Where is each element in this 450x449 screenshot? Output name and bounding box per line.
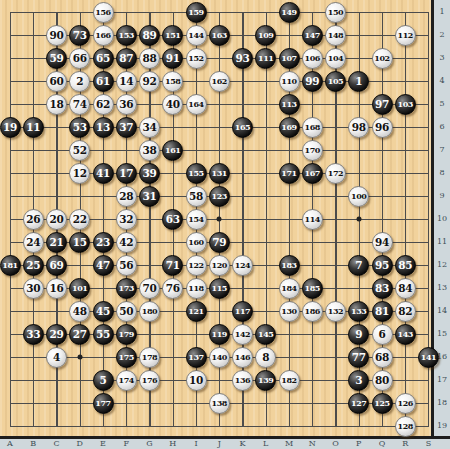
move-number: 179 — [119, 330, 135, 338]
move-number: 113 — [281, 100, 297, 108]
stone-E3-move-65[interactable]: 65 — [93, 48, 114, 69]
column-label-B: B — [30, 440, 36, 448]
stone-F6-move-37[interactable]: 37 — [116, 117, 137, 138]
move-number: 62 — [96, 99, 110, 110]
move-number: 95 — [375, 260, 389, 271]
stone-C16-move-4[interactable]: 4 — [46, 347, 67, 368]
stone-D3-move-66[interactable]: 66 — [69, 48, 90, 69]
move-number: 6 — [378, 329, 385, 340]
stone-L3-move-111[interactable]: 111 — [255, 48, 276, 69]
stone-Q6-move-96[interactable]: 96 — [372, 117, 393, 138]
stone-F10-move-32[interactable]: 32 — [116, 209, 137, 230]
stone-I13-move-118[interactable]: 118 — [186, 278, 207, 299]
stone-C5-move-18[interactable]: 18 — [46, 94, 67, 115]
stone-F12-move-56[interactable]: 56 — [116, 255, 137, 276]
move-number: 126 — [398, 399, 414, 407]
stone-F2-move-153[interactable]: 153 — [116, 25, 137, 46]
stone-J8-move-131[interactable]: 131 — [209, 163, 230, 184]
move-number: 128 — [398, 422, 414, 430]
move-number: 149 — [281, 8, 297, 16]
stone-I17-move-10[interactable]: 10 — [186, 370, 207, 391]
move-number: 81 — [375, 306, 389, 317]
stone-J13-move-115[interactable]: 115 — [209, 278, 230, 299]
move-number: 59 — [49, 53, 63, 64]
move-number: 53 — [73, 122, 87, 133]
stone-E1-move-156[interactable]: 156 — [93, 2, 114, 23]
move-number: 167 — [305, 169, 321, 177]
move-number: 115 — [212, 284, 228, 292]
stone-N13-move-185[interactable]: 185 — [302, 278, 323, 299]
move-number: 124 — [235, 261, 251, 269]
column-label-M: M — [285, 440, 293, 448]
move-number: 40 — [166, 99, 180, 110]
stone-C2-move-90[interactable]: 90 — [46, 25, 67, 46]
move-number: 186 — [305, 307, 321, 315]
stone-H10-move-63[interactable]: 63 — [162, 209, 183, 230]
stone-E5-move-62[interactable]: 62 — [93, 94, 114, 115]
stone-D15-move-27[interactable]: 27 — [69, 324, 90, 345]
stone-D2-move-73[interactable]: 73 — [69, 25, 90, 46]
stone-G13-move-70[interactable]: 70 — [139, 278, 160, 299]
stone-H13-move-76[interactable]: 76 — [162, 278, 183, 299]
stone-I10-move-154[interactable]: 154 — [186, 209, 207, 230]
stone-G14-move-180[interactable]: 180 — [139, 301, 160, 322]
stone-P12-move-7[interactable]: 7 — [348, 255, 369, 276]
stone-Q15-move-6[interactable]: 6 — [372, 324, 393, 345]
move-number: 24 — [26, 237, 40, 248]
stone-I3-move-152[interactable]: 152 — [186, 48, 207, 69]
column-label-R: R — [402, 440, 408, 448]
stone-D13-move-101[interactable]: 101 — [69, 278, 90, 299]
stone-D4-move-2[interactable]: 2 — [69, 71, 90, 92]
stone-J9-move-123[interactable]: 123 — [209, 186, 230, 207]
column-label-E: E — [100, 440, 106, 448]
move-number: 71 — [166, 260, 180, 271]
stone-F5-move-36[interactable]: 36 — [116, 94, 137, 115]
move-number: 101 — [72, 284, 88, 292]
move-number: 29 — [49, 329, 63, 340]
stone-I5-move-164[interactable]: 164 — [186, 94, 207, 115]
move-number: 55 — [96, 329, 110, 340]
stone-P14-move-133[interactable]: 133 — [348, 301, 369, 322]
stone-R2-move-112[interactable]: 112 — [395, 25, 416, 46]
stone-H5-move-40[interactable]: 40 — [162, 94, 183, 115]
stone-E2-move-166[interactable]: 166 — [93, 25, 114, 46]
move-number: 151 — [165, 31, 181, 39]
stone-D6-move-53[interactable]: 53 — [69, 117, 90, 138]
stone-E17-move-5[interactable]: 5 — [93, 370, 114, 391]
stone-R19-move-128[interactable]: 128 — [395, 416, 416, 437]
stone-R15-move-143[interactable]: 143 — [395, 324, 416, 345]
stone-O14-move-132[interactable]: 132 — [325, 301, 346, 322]
move-number: 175 — [119, 353, 135, 361]
stone-O2-move-148[interactable]: 148 — [325, 25, 346, 46]
stone-F15-move-179[interactable]: 179 — [116, 324, 137, 345]
move-number: 5 — [99, 375, 106, 386]
stone-M8-move-171[interactable]: 171 — [279, 163, 300, 184]
move-number: 100 — [351, 192, 367, 200]
stone-C15-move-29[interactable]: 29 — [46, 324, 67, 345]
stone-M1-move-149[interactable]: 149 — [279, 2, 300, 23]
stone-O4-move-105[interactable]: 105 — [325, 71, 346, 92]
move-number: 94 — [375, 237, 389, 248]
move-number: 147 — [305, 31, 321, 39]
stone-F13-move-173[interactable]: 173 — [116, 278, 137, 299]
row-label-8: 8 — [439, 169, 444, 177]
move-number: 60 — [49, 76, 63, 87]
move-number: 39 — [142, 168, 156, 179]
stone-N3-move-106[interactable]: 106 — [302, 48, 323, 69]
move-number: 56 — [119, 260, 133, 271]
move-number: 96 — [375, 122, 389, 133]
stone-N2-move-147[interactable]: 147 — [302, 25, 323, 46]
stone-H4-move-158[interactable]: 158 — [162, 71, 183, 92]
stone-B10-move-26[interactable]: 26 — [23, 209, 44, 230]
move-number: 26 — [26, 214, 40, 225]
move-number: 68 — [375, 352, 389, 363]
stone-K17-move-136[interactable]: 136 — [232, 370, 253, 391]
stone-F14-move-50[interactable]: 50 — [116, 301, 137, 322]
move-number: 80 — [375, 375, 389, 386]
stone-O1-move-150[interactable]: 150 — [325, 2, 346, 23]
stone-E4-move-61[interactable]: 61 — [93, 71, 114, 92]
stone-R5-move-103[interactable]: 103 — [395, 94, 416, 115]
move-number: 61 — [96, 76, 110, 87]
move-number: 155 — [188, 169, 204, 177]
stone-I1-move-159[interactable]: 159 — [186, 2, 207, 23]
stone-G6-move-34[interactable]: 34 — [139, 117, 160, 138]
stone-I12-move-122[interactable]: 122 — [186, 255, 207, 276]
stone-Q17-move-80[interactable]: 80 — [372, 370, 393, 391]
stone-F17-move-174[interactable]: 174 — [116, 370, 137, 391]
move-number: 119 — [212, 330, 228, 338]
column-label-C: C — [53, 440, 59, 448]
stone-A12-move-181[interactable]: 181 — [0, 255, 21, 276]
move-number: 110 — [281, 77, 297, 85]
column-label-K: K — [240, 440, 246, 448]
stone-M17-move-182[interactable]: 182 — [279, 370, 300, 391]
stone-I16-move-137[interactable]: 137 — [186, 347, 207, 368]
move-number: 47 — [96, 260, 110, 271]
move-number: 15 — [73, 237, 87, 248]
stone-E8-move-41[interactable]: 41 — [93, 163, 114, 184]
stone-O3-move-104[interactable]: 104 — [325, 48, 346, 69]
move-number: 118 — [188, 284, 204, 292]
move-number: 123 — [212, 192, 228, 200]
stone-J12-move-120[interactable]: 120 — [209, 255, 230, 276]
stone-P4-move-1[interactable]: 1 — [348, 71, 369, 92]
move-number: 125 — [374, 399, 390, 407]
move-number: 137 — [188, 353, 204, 361]
stone-R13-move-84[interactable]: 84 — [395, 278, 416, 299]
stone-K6-move-165[interactable]: 165 — [232, 117, 253, 138]
stone-N7-move-170[interactable]: 170 — [302, 140, 323, 161]
move-number: 177 — [95, 399, 111, 407]
move-number: 109 — [258, 31, 274, 39]
move-number: 146 — [235, 353, 251, 361]
stone-N4-move-99[interactable]: 99 — [302, 71, 323, 92]
move-number: 121 — [188, 307, 204, 315]
move-number: 73 — [73, 30, 87, 41]
stone-D14-move-48[interactable]: 48 — [69, 301, 90, 322]
move-number: 176 — [142, 376, 158, 384]
stones-layer[interactable]: 1234567891011121314151617181920212223242… — [0, 1, 440, 438]
move-number: 38 — [142, 145, 156, 156]
stone-C12-move-69[interactable]: 69 — [46, 255, 67, 276]
move-number: 84 — [398, 283, 412, 294]
stone-M3-move-107[interactable]: 107 — [279, 48, 300, 69]
stone-C13-move-16[interactable]: 16 — [46, 278, 67, 299]
stone-K3-move-93[interactable]: 93 — [232, 48, 253, 69]
stone-Q13-move-83[interactable]: 83 — [372, 278, 393, 299]
stone-N14-move-186[interactable]: 186 — [302, 301, 323, 322]
stone-E18-move-177[interactable]: 177 — [93, 393, 114, 414]
stone-P15-move-9[interactable]: 9 — [348, 324, 369, 345]
stone-B13-move-30[interactable]: 30 — [23, 278, 44, 299]
stone-P17-move-3[interactable]: 3 — [348, 370, 369, 391]
stone-K15-move-142[interactable]: 142 — [232, 324, 253, 345]
move-number: 158 — [165, 77, 181, 85]
row-label-9: 9 — [439, 192, 444, 200]
stone-F9-move-28[interactable]: 28 — [116, 186, 137, 207]
stone-R12-move-85[interactable]: 85 — [395, 255, 416, 276]
stone-D8-move-12[interactable]: 12 — [69, 163, 90, 184]
move-number: 28 — [119, 191, 133, 202]
move-number: 184 — [281, 284, 297, 292]
stone-D10-move-22[interactable]: 22 — [69, 209, 90, 230]
stone-E15-move-55[interactable]: 55 — [93, 324, 114, 345]
stone-I9-move-58[interactable]: 58 — [186, 186, 207, 207]
stone-J4-move-162[interactable]: 162 — [209, 71, 230, 92]
stone-K12-move-124[interactable]: 124 — [232, 255, 253, 276]
move-number: 58 — [189, 191, 203, 202]
stone-J18-move-138[interactable]: 138 — [209, 393, 230, 414]
move-number: 185 — [305, 284, 321, 292]
move-number: 52 — [73, 145, 87, 156]
stone-J11-move-79[interactable]: 79 — [209, 232, 230, 253]
move-number: 162 — [212, 77, 228, 85]
move-number: 130 — [281, 307, 297, 315]
stone-L2-move-109[interactable]: 109 — [255, 25, 276, 46]
move-number: 25 — [26, 260, 40, 271]
go-kifu-diagram: 12345678910111213141516171819 ABCDEFGHIJ… — [0, 0, 450, 449]
move-number: 41 — [96, 168, 110, 179]
move-number: 163 — [212, 31, 228, 39]
stone-F16-move-175[interactable]: 175 — [116, 347, 137, 368]
stone-R14-move-82[interactable]: 82 — [395, 301, 416, 322]
stone-L16-move-8[interactable]: 8 — [255, 347, 276, 368]
move-number: 127 — [351, 399, 367, 407]
move-number: 142 — [235, 330, 251, 338]
move-number: 182 — [281, 376, 297, 384]
stone-H3-move-91[interactable]: 91 — [162, 48, 183, 69]
stone-F11-move-42[interactable]: 42 — [116, 232, 137, 253]
stone-L17-move-139[interactable]: 139 — [255, 370, 276, 391]
stone-L15-move-145[interactable]: 145 — [255, 324, 276, 345]
move-number: 33 — [26, 329, 40, 340]
move-number: 31 — [142, 191, 156, 202]
column-coordinate-strip: ABCDEFGHIJKLMNOPQRS — [0, 439, 450, 449]
stone-C11-move-21[interactable]: 21 — [46, 232, 67, 253]
stone-M6-move-169[interactable]: 169 — [279, 117, 300, 138]
stone-D7-move-52[interactable]: 52 — [69, 140, 90, 161]
stone-Q16-move-68[interactable]: 68 — [372, 347, 393, 368]
move-number: 91 — [166, 53, 180, 64]
column-label-G: G — [146, 440, 152, 448]
move-number: 174 — [119, 376, 135, 384]
move-number: 27 — [73, 329, 87, 340]
stone-I11-move-160[interactable]: 160 — [186, 232, 207, 253]
stone-C4-move-60[interactable]: 60 — [46, 71, 67, 92]
stone-I2-move-144[interactable]: 144 — [186, 25, 207, 46]
stone-Q12-move-95[interactable]: 95 — [372, 255, 393, 276]
stone-P16-move-77[interactable]: 77 — [348, 347, 369, 368]
stone-M4-move-110[interactable]: 110 — [279, 71, 300, 92]
move-number: 92 — [142, 76, 156, 87]
stone-Q11-move-94[interactable]: 94 — [372, 232, 393, 253]
row-label-6: 6 — [439, 123, 444, 131]
move-number: 12 — [73, 168, 87, 179]
stone-N10-move-114[interactable]: 114 — [302, 209, 323, 230]
stone-M13-move-184[interactable]: 184 — [279, 278, 300, 299]
stone-A6-move-19[interactable]: 19 — [0, 117, 21, 138]
stone-B6-move-11[interactable]: 11 — [23, 117, 44, 138]
stone-K16-move-146[interactable]: 146 — [232, 347, 253, 368]
stone-E6-move-13[interactable]: 13 — [93, 117, 114, 138]
stone-Q3-move-102[interactable]: 102 — [372, 48, 393, 69]
column-label-H: H — [169, 440, 176, 448]
move-number: 88 — [142, 53, 156, 64]
stone-B12-move-25[interactable]: 25 — [23, 255, 44, 276]
stone-E12-move-47[interactable]: 47 — [93, 255, 114, 276]
move-number: 164 — [188, 100, 204, 108]
stone-N8-move-167[interactable]: 167 — [302, 163, 323, 184]
stone-D5-move-74[interactable]: 74 — [69, 94, 90, 115]
stone-M5-move-113[interactable]: 113 — [279, 94, 300, 115]
stone-J16-move-140[interactable]: 140 — [209, 347, 230, 368]
move-number: 2 — [76, 76, 83, 87]
stone-O8-move-172[interactable]: 172 — [325, 163, 346, 184]
move-number: 32 — [119, 214, 133, 225]
stone-H2-move-151[interactable]: 151 — [162, 25, 183, 46]
move-number: 170 — [305, 146, 321, 154]
move-number: 19 — [3, 122, 17, 133]
move-number: 117 — [235, 307, 251, 315]
move-number: 3 — [355, 375, 362, 386]
stone-C10-move-20[interactable]: 20 — [46, 209, 67, 230]
stone-G9-move-31[interactable]: 31 — [139, 186, 160, 207]
stone-F8-move-17[interactable]: 17 — [116, 163, 137, 184]
stone-G3-move-88[interactable]: 88 — [139, 48, 160, 69]
move-number: 99 — [305, 76, 319, 87]
stone-K14-move-117[interactable]: 117 — [232, 301, 253, 322]
move-number: 76 — [166, 283, 180, 294]
move-number: 63 — [166, 214, 180, 225]
move-number: 48 — [73, 306, 87, 317]
stone-Q14-move-81[interactable]: 81 — [372, 301, 393, 322]
move-number: 11 — [26, 122, 40, 133]
move-number: 82 — [398, 306, 412, 317]
stone-P6-move-98[interactable]: 98 — [348, 117, 369, 138]
stone-P9-move-100[interactable]: 100 — [348, 186, 369, 207]
stone-M12-move-183[interactable]: 183 — [279, 255, 300, 276]
column-label-D: D — [77, 440, 83, 448]
stone-M14-move-130[interactable]: 130 — [279, 301, 300, 322]
column-label-P: P — [356, 440, 361, 448]
stone-J2-move-163[interactable]: 163 — [209, 25, 230, 46]
column-label-N: N — [309, 440, 316, 448]
move-number: 20 — [49, 214, 63, 225]
stone-G4-move-92[interactable]: 92 — [139, 71, 160, 92]
move-number: 93 — [235, 53, 249, 64]
move-number: 114 — [305, 215, 321, 223]
stone-H7-move-161[interactable]: 161 — [162, 140, 183, 161]
column-label-J: J — [218, 440, 221, 448]
stone-G7-move-38[interactable]: 38 — [139, 140, 160, 161]
stone-Q5-move-97[interactable]: 97 — [372, 94, 393, 115]
move-number: 9 — [355, 329, 362, 340]
stone-J15-move-119[interactable]: 119 — [209, 324, 230, 345]
move-number: 120 — [212, 261, 228, 269]
stone-P18-move-127[interactable]: 127 — [348, 393, 369, 414]
column-label-F: F — [123, 440, 129, 448]
row-label-3: 3 — [439, 54, 444, 62]
move-number: 34 — [142, 122, 156, 133]
stone-G16-move-178[interactable]: 178 — [139, 347, 160, 368]
move-number: 180 — [142, 307, 158, 315]
move-number: 69 — [49, 260, 63, 271]
stone-I8-move-155[interactable]: 155 — [186, 163, 207, 184]
stone-I14-move-121[interactable]: 121 — [186, 301, 207, 322]
move-number: 104 — [328, 54, 344, 62]
stone-F3-move-87[interactable]: 87 — [116, 48, 137, 69]
stone-H12-move-71[interactable]: 71 — [162, 255, 183, 276]
move-number: 1 — [355, 76, 362, 87]
move-number: 143 — [398, 330, 414, 338]
move-number: 37 — [119, 122, 133, 133]
stone-N6-move-168[interactable]: 168 — [302, 117, 323, 138]
stone-F4-move-14[interactable]: 14 — [116, 71, 137, 92]
move-number: 98 — [352, 122, 366, 133]
stone-D11-move-15[interactable]: 15 — [69, 232, 90, 253]
stone-E11-move-23[interactable]: 23 — [93, 232, 114, 253]
column-label-S: S — [426, 440, 431, 448]
stone-S16-move-141[interactable]: 141 — [418, 347, 439, 368]
move-number: 8 — [262, 352, 269, 363]
move-number: 23 — [96, 237, 110, 248]
move-number: 65 — [96, 53, 110, 64]
move-number: 139 — [258, 376, 274, 384]
stone-G2-move-89[interactable]: 89 — [139, 25, 160, 46]
stone-G17-move-176[interactable]: 176 — [139, 370, 160, 391]
stone-R18-move-126[interactable]: 126 — [395, 393, 416, 414]
stone-Q18-move-125[interactable]: 125 — [372, 393, 393, 414]
stone-E14-move-45[interactable]: 45 — [93, 301, 114, 322]
move-number: 77 — [352, 352, 366, 363]
move-number: 21 — [49, 237, 63, 248]
column-label-L: L — [263, 440, 268, 448]
move-number: 159 — [188, 8, 204, 16]
move-number: 14 — [119, 76, 133, 87]
stone-G8-move-39[interactable]: 39 — [139, 163, 160, 184]
stone-C3-move-59[interactable]: 59 — [46, 48, 67, 69]
stone-B11-move-24[interactable]: 24 — [23, 232, 44, 253]
move-number: 112 — [398, 31, 414, 39]
move-number: 144 — [188, 31, 204, 39]
move-number: 103 — [398, 100, 414, 108]
stone-B15-move-33[interactable]: 33 — [23, 324, 44, 345]
move-number: 87 — [119, 53, 133, 64]
